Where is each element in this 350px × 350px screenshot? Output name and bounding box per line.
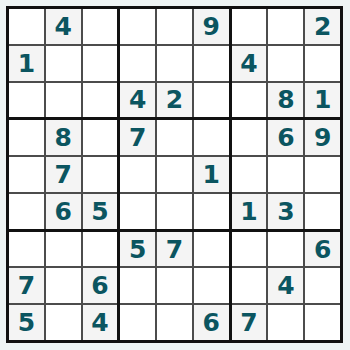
box-6: 6913 — [232, 120, 340, 228]
cell-r6c9[interactable] — [305, 194, 340, 229]
cell-r9c3[interactable]: 4 — [83, 305, 118, 340]
cell-r9c1[interactable]: 5 — [9, 305, 44, 340]
cell-r5c8[interactable] — [268, 157, 303, 192]
cell-r4c3[interactable] — [83, 120, 118, 155]
cell-r8c4[interactable] — [120, 268, 155, 303]
box-2: 942 — [120, 9, 228, 117]
cell-r1c6[interactable]: 9 — [194, 9, 229, 44]
cell-r3c7[interactable] — [232, 83, 267, 118]
cell-r8c7[interactable] — [232, 268, 267, 303]
box-1: 41 — [9, 9, 117, 117]
cell-r3c1[interactable] — [9, 83, 44, 118]
cell-r4c5[interactable] — [157, 120, 192, 155]
cell-r6c2[interactable]: 6 — [46, 194, 81, 229]
cell-r1c3[interactable] — [83, 9, 118, 44]
cell-r2c9[interactable] — [305, 46, 340, 81]
cell-r7c2[interactable] — [46, 232, 81, 267]
cell-r6c3[interactable]: 5 — [83, 194, 118, 229]
cell-r8c5[interactable] — [157, 268, 192, 303]
cell-r8c1[interactable]: 7 — [9, 268, 44, 303]
cell-r9c5[interactable] — [157, 305, 192, 340]
cell-r8c3[interactable]: 6 — [83, 268, 118, 303]
cell-r3c9[interactable]: 1 — [305, 83, 340, 118]
cell-r1c7[interactable] — [232, 9, 267, 44]
cell-r2c7[interactable]: 4 — [232, 46, 267, 81]
cell-r5c2[interactable]: 7 — [46, 157, 81, 192]
cell-r1c2[interactable]: 4 — [46, 9, 81, 44]
cell-r2c6[interactable] — [194, 46, 229, 81]
cell-r3c6[interactable] — [194, 83, 229, 118]
cell-r1c1[interactable] — [9, 9, 44, 44]
cell-r7c8[interactable] — [268, 232, 303, 267]
cell-r9c7[interactable]: 7 — [232, 305, 267, 340]
cell-r6c8[interactable]: 3 — [268, 194, 303, 229]
cell-r4c8[interactable]: 6 — [268, 120, 303, 155]
cell-r2c2[interactable] — [46, 46, 81, 81]
cell-r3c8[interactable]: 8 — [268, 83, 303, 118]
cell-r8c6[interactable] — [194, 268, 229, 303]
cell-r5c6[interactable]: 1 — [194, 157, 229, 192]
cell-r8c8[interactable]: 4 — [268, 268, 303, 303]
cell-r5c1[interactable] — [9, 157, 44, 192]
cell-r2c3[interactable] — [83, 46, 118, 81]
box-4: 8765 — [9, 120, 117, 228]
cell-r3c5[interactable]: 2 — [157, 83, 192, 118]
sudoku-board: 41942248187657169137654576647 — [6, 6, 343, 343]
cell-r2c4[interactable] — [120, 46, 155, 81]
cell-r9c2[interactable] — [46, 305, 81, 340]
cell-r5c9[interactable] — [305, 157, 340, 192]
cell-r8c9[interactable] — [305, 268, 340, 303]
cell-r3c4[interactable]: 4 — [120, 83, 155, 118]
cell-r4c9[interactable]: 9 — [305, 120, 340, 155]
cell-r2c8[interactable] — [268, 46, 303, 81]
cell-r1c4[interactable] — [120, 9, 155, 44]
cell-r9c9[interactable] — [305, 305, 340, 340]
cell-r9c4[interactable] — [120, 305, 155, 340]
cell-r7c6[interactable] — [194, 232, 229, 267]
box-7: 7654 — [9, 232, 117, 340]
cell-r7c4[interactable]: 5 — [120, 232, 155, 267]
cell-r5c4[interactable] — [120, 157, 155, 192]
cell-r5c3[interactable] — [83, 157, 118, 192]
cell-r4c1[interactable] — [9, 120, 44, 155]
cell-r8c2[interactable] — [46, 268, 81, 303]
cell-r2c1[interactable]: 1 — [9, 46, 44, 81]
cell-r6c6[interactable] — [194, 194, 229, 229]
cell-r1c5[interactable] — [157, 9, 192, 44]
box-3: 2481 — [232, 9, 340, 117]
cell-r9c6[interactable]: 6 — [194, 305, 229, 340]
cell-r7c7[interactable] — [232, 232, 267, 267]
cell-r6c1[interactable] — [9, 194, 44, 229]
cell-r6c5[interactable] — [157, 194, 192, 229]
cell-r3c2[interactable] — [46, 83, 81, 118]
cell-r6c7[interactable]: 1 — [232, 194, 267, 229]
cell-r5c5[interactable] — [157, 157, 192, 192]
cell-r7c9[interactable]: 6 — [305, 232, 340, 267]
cell-r4c7[interactable] — [232, 120, 267, 155]
cell-r7c3[interactable] — [83, 232, 118, 267]
cell-r2c5[interactable] — [157, 46, 192, 81]
cell-r5c7[interactable] — [232, 157, 267, 192]
cell-r7c5[interactable]: 7 — [157, 232, 192, 267]
cell-r7c1[interactable] — [9, 232, 44, 267]
cell-r1c8[interactable] — [268, 9, 303, 44]
box-5: 71 — [120, 120, 228, 228]
cell-r4c2[interactable]: 8 — [46, 120, 81, 155]
box-8: 576 — [120, 232, 228, 340]
cell-r1c9[interactable]: 2 — [305, 9, 340, 44]
cell-r9c8[interactable] — [268, 305, 303, 340]
cell-r4c4[interactable]: 7 — [120, 120, 155, 155]
cell-r3c3[interactable] — [83, 83, 118, 118]
box-9: 647 — [232, 232, 340, 340]
cell-r4c6[interactable] — [194, 120, 229, 155]
cell-r6c4[interactable] — [120, 194, 155, 229]
